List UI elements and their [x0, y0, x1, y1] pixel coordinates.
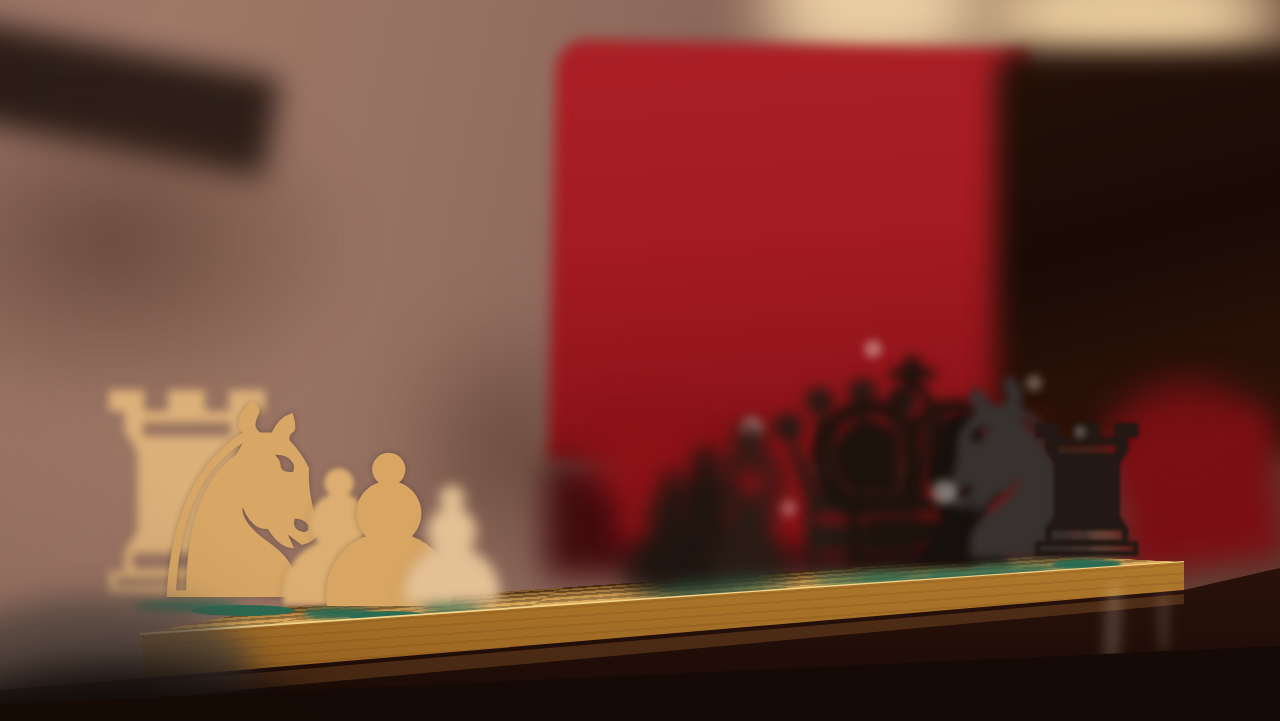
glint-spot: [1074, 426, 1086, 438]
light-reflection-streak-2: [1158, 588, 1169, 652]
chess-photo-scene: ♟♟♝♛♚♝♞♜♜♞♟♟♟: [0, 0, 1280, 721]
glint-spot: [1026, 375, 1042, 391]
glint-spot: [864, 340, 882, 358]
glint-spot: [932, 480, 956, 504]
